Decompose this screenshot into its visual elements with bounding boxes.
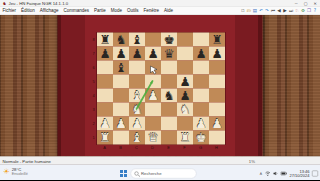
white-queen-d1[interactable]: ♛: [147, 131, 158, 145]
minimize-button[interactable]: ─: [292, 0, 302, 7]
square-b5[interactable]: [113, 75, 129, 89]
black-pawn-f5[interactable]: ♟: [179, 75, 190, 89]
square-b1[interactable]: [113, 131, 129, 145]
white-knight-c3[interactable]: ♞: [131, 103, 142, 117]
white-pawn-d4[interactable]: ♟: [147, 89, 158, 103]
square-a8[interactable]: ♜: [97, 33, 113, 47]
square-c8[interactable]: ♝: [129, 33, 145, 47]
square-c7[interactable]: ♟: [129, 47, 145, 61]
sun-icon: ☀: [3, 167, 10, 176]
square-d3[interactable]: [145, 103, 161, 117]
square-a4[interactable]: [97, 89, 113, 103]
black-knight-e4[interactable]: ♞: [163, 89, 174, 103]
square-d4[interactable]: ♟: [145, 89, 161, 103]
taskbar: ☀ 28°C Ensoleillé Recherche ∧: [0, 165, 320, 181]
square-b8[interactable]: ♞: [113, 33, 129, 47]
square-h2[interactable]: ♟: [209, 117, 225, 131]
square-d1[interactable]: ♛: [145, 131, 161, 145]
file-label-c: C: [129, 145, 145, 150]
square-c4[interactable]: ♝: [129, 89, 145, 103]
square-a3[interactable]: [97, 103, 113, 117]
square-g6[interactable]: [193, 61, 209, 75]
square-g2[interactable]: ♟: [193, 117, 209, 131]
square-e2[interactable]: [161, 117, 177, 131]
square-g8[interactable]: [193, 33, 209, 47]
menu-item-fichier[interactable]: Fichier: [0, 7, 19, 15]
square-e5[interactable]: [161, 75, 177, 89]
black-pawn-a7[interactable]: ♟: [99, 47, 110, 61]
menu-item-affichage[interactable]: Affichage: [37, 7, 61, 15]
square-f5[interactable]: ♟: [177, 75, 193, 89]
status-text: Normale - Partie humaine: [3, 158, 51, 163]
maximize-button[interactable]: ▢: [301, 0, 311, 7]
menu-item-fenetre[interactable]: Fenêtre: [141, 7, 162, 15]
square-a5[interactable]: [97, 75, 113, 89]
taskbar-clock[interactable]: 13:46 27/10/2024: [289, 169, 309, 178]
app-logo-icon: ♞: [3, 0, 7, 7]
black-rook-h8[interactable]: ♜: [211, 33, 222, 47]
square-g1[interactable]: ♚: [193, 131, 209, 145]
network-wifi-icon[interactable]: [265, 171, 271, 176]
battery-icon[interactable]: [280, 171, 287, 175]
square-f8[interactable]: [177, 33, 193, 47]
file-label-e: E: [161, 145, 177, 150]
black-bishop-b6[interactable]: ♝: [115, 61, 126, 75]
black-rook-a8[interactable]: ♜: [99, 33, 110, 47]
white-bishop-c4[interactable]: ♝: [131, 89, 142, 103]
square-h8[interactable]: ♜: [209, 33, 225, 47]
white-pawn-c2[interactable]: ♟: [131, 117, 142, 131]
black-pawn-h7[interactable]: ♟: [211, 47, 222, 61]
square-f7[interactable]: [177, 47, 193, 61]
square-f1[interactable]: ♜: [177, 131, 193, 145]
black-pawn-g7[interactable]: ♟: [195, 47, 206, 61]
weather-condition: Ensoleillé: [12, 172, 28, 177]
square-c1[interactable]: ♝: [129, 131, 145, 145]
title-bar: ♞ Jeu - HN Fairque NGR 14.1.1.0 ─ ▢ ✕: [0, 0, 320, 7]
square-b4[interactable]: [113, 89, 129, 103]
square-f6[interactable]: [177, 61, 193, 75]
square-d7[interactable]: ♟: [145, 47, 161, 61]
notification-icon[interactable]: [312, 170, 318, 176]
white-pawn-a2[interactable]: ♟: [99, 117, 110, 131]
black-king-e8[interactable]: ♚: [163, 33, 174, 47]
square-e3[interactable]: [161, 103, 177, 117]
menu-item-commandes[interactable]: Commandes: [61, 7, 92, 15]
menu-item-mode[interactable]: Mode: [108, 7, 124, 15]
white-rook-f1[interactable]: ♜: [179, 131, 190, 145]
square-h7[interactable]: ♟: [209, 47, 225, 61]
square-b2[interactable]: ♟: [113, 117, 129, 131]
help-icon[interactable]: ?: [312, 7, 318, 15]
search-input[interactable]: Recherche: [131, 168, 197, 178]
volume-icon[interactable]: [273, 171, 278, 176]
square-h6[interactable]: [209, 61, 225, 75]
square-b3[interactable]: [113, 103, 129, 117]
square-a2[interactable]: ♟: [97, 117, 113, 131]
square-e6[interactable]: [161, 61, 177, 75]
start-button[interactable]: [120, 170, 127, 177]
taskbar-weather-widget[interactable]: ☀ 28°C Ensoleillé: [3, 167, 28, 177]
white-rook-a1[interactable]: ♜: [99, 131, 110, 145]
square-d8[interactable]: [145, 33, 161, 47]
white-pawn-g2[interactable]: ♟: [195, 117, 206, 131]
black-pawn-c7[interactable]: ♟: [131, 47, 142, 61]
square-d5[interactable]: [145, 75, 161, 89]
black-pawn-d7[interactable]: ♟: [147, 47, 158, 61]
black-knight-b8[interactable]: ♞: [115, 33, 126, 47]
square-f3[interactable]: ♞: [177, 103, 193, 117]
file-label-g: G: [193, 145, 209, 150]
black-bishop-c8[interactable]: ♝: [131, 33, 142, 47]
tray-chevron-up-icon[interactable]: ∧: [259, 171, 262, 176]
square-d6[interactable]: [145, 61, 161, 75]
file-label-b: B: [113, 145, 129, 150]
menu-bar: FichierÉditionAffichageCommandesPartieMo…: [0, 7, 320, 15]
square-c3[interactable]: ♞: [129, 103, 145, 117]
square-f2[interactable]: [177, 117, 193, 131]
square-e7[interactable]: ♛: [161, 47, 177, 61]
chess-board[interactable]: ♜♞♝♚♜♟♟♟♟♛♟♟♝♟♝♟♞♟♞♞♟♟♟♟♟♜♝♛♜♚: [97, 32, 226, 145]
board-panel: 87654321 ♜♞♝♚♜♟♟♟♟♛♟♟♝♟♝♟♞♟♞♞♟♟♟♟♟♜♝♛♜♚ …: [58, 15, 263, 157]
square-c2[interactable]: ♟: [129, 117, 145, 131]
square-e4[interactable]: ♞: [161, 89, 177, 103]
square-b6[interactable]: ♝: [113, 61, 129, 75]
status-bar: Normale - Partie humaine 1%: [0, 157, 320, 165]
square-c5[interactable]: [129, 75, 145, 89]
file-label-a: A: [97, 145, 113, 150]
square-h3[interactable]: [209, 103, 225, 117]
white-bishop-c1[interactable]: ♝: [131, 131, 142, 145]
black-pawn-b7[interactable]: ♟: [115, 47, 126, 61]
menu-item-edition[interactable]: Édition: [19, 7, 38, 15]
white-pawn-h2[interactable]: ♟: [211, 117, 222, 131]
menu-item-outils[interactable]: Outils: [124, 7, 141, 15]
square-f4[interactable]: ♟: [177, 89, 193, 103]
square-a6[interactable]: [97, 61, 113, 75]
square-g4[interactable]: [193, 89, 209, 103]
square-g7[interactable]: ♟: [193, 47, 209, 61]
black-queen-e7[interactable]: ♛: [163, 47, 174, 61]
menu-item-aide[interactable]: Aide: [162, 7, 176, 15]
main-area: 87654321 ♜♞♝♚♜♟♟♟♟♛♟♟♝♟♝♟♞♟♞♞♟♟♟♟♟♜♝♛♜♚ …: [0, 15, 320, 157]
square-h4[interactable]: [209, 89, 225, 103]
square-h1[interactable]: [209, 131, 225, 145]
close-button[interactable]: ✕: [311, 0, 320, 7]
window-title: Jeu - HN Fairque NGR 14.1.1.0: [9, 1, 69, 6]
file-labels: ABCDEFGH: [97, 145, 225, 150]
white-knight-f3[interactable]: ♞: [179, 103, 190, 117]
file-label-h: H: [209, 145, 225, 150]
square-a7[interactable]: ♟: [97, 47, 113, 61]
square-b7[interactable]: ♟: [113, 47, 129, 61]
clock-date: 27/10/2024: [289, 173, 309, 178]
search-icon: [135, 171, 139, 175]
square-c6[interactable]: [129, 61, 145, 75]
square-d2[interactable]: [145, 117, 161, 131]
square-g5[interactable]: [193, 75, 209, 89]
square-e1[interactable]: [161, 131, 177, 145]
file-label-d: D: [145, 145, 161, 150]
square-a1[interactable]: ♜: [97, 131, 113, 145]
black-pawn-f4[interactable]: ♟: [179, 89, 190, 103]
status-right-text: 1%: [249, 158, 255, 163]
square-e8[interactable]: ♚: [161, 33, 177, 47]
menu-item-partie[interactable]: Partie: [91, 7, 108, 15]
desktop: ♞ Jeu - HN Fairque NGR 14.1.1.0 ─ ▢ ✕ Fi…: [0, 0, 320, 180]
white-king-g1[interactable]: ♚: [195, 131, 206, 145]
file-label-f: F: [177, 145, 193, 150]
white-pawn-b2[interactable]: ♟: [115, 117, 126, 131]
search-placeholder: Recherche: [141, 171, 162, 176]
square-h5[interactable]: [209, 75, 225, 89]
square-g3[interactable]: [193, 103, 209, 117]
